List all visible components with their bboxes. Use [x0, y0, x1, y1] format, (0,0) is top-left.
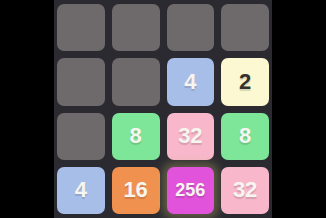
empty-cell-r1c3	[167, 4, 215, 51]
empty-cell-r2c2	[112, 58, 160, 105]
tile-16-r4c2: 16	[112, 167, 160, 214]
tile-256-r4c3: 256	[167, 167, 215, 214]
empty-cell-r1c1	[57, 4, 105, 51]
tile-8-r3c2: 8	[112, 113, 160, 160]
game-screen: 42832841625632	[0, 0, 326, 218]
empty-cell-r2c1	[57, 58, 105, 105]
empty-cell-r1c2	[112, 4, 160, 51]
empty-cell-r1c4	[221, 4, 269, 51]
tile-4-r4c1: 4	[57, 167, 105, 214]
tile-32-r3c3: 32	[167, 113, 215, 160]
tile-8-r3c4: 8	[221, 113, 269, 160]
tile-32-r4c4: 32	[221, 167, 269, 214]
tile-4-r2c3: 4	[167, 58, 215, 105]
empty-cell-r3c1	[57, 113, 105, 160]
tile-2-r2c4: 2	[221, 58, 269, 105]
2048-board[interactable]: 42832841625632	[54, 0, 272, 218]
